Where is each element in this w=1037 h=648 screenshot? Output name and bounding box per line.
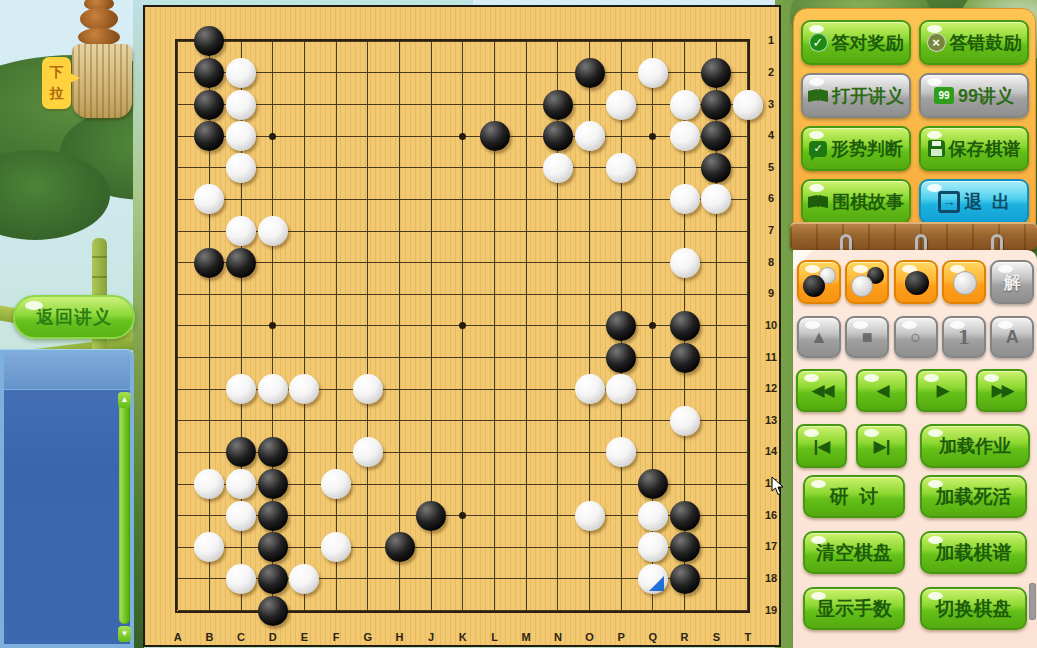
mark-triangle-icon: ▲ (810, 327, 828, 348)
mouse-cursor (771, 476, 785, 496)
row-label: 8 (758, 256, 784, 268)
row-label: 11 (758, 351, 784, 363)
button-label: 围棋故事 (832, 190, 904, 214)
row-label: 2 (758, 66, 784, 78)
white-stone-F15[interactable] (321, 469, 351, 499)
load-kifu-label: 加载棋谱 (936, 540, 1012, 566)
white-stone-N5[interactable] (543, 153, 573, 183)
mark-circle-icon: ○ (910, 327, 921, 348)
row-label: 14 (758, 445, 784, 457)
awards-panel: ✓答对奖励×答错鼓励打开讲义9999讲义✓形势判断保存棋谱围棋故事→退 出 (793, 8, 1036, 241)
star-point (269, 133, 276, 140)
left-scrollbar-track[interactable] (119, 396, 130, 624)
black-stone-icon (803, 275, 825, 297)
show-move-numbers-button[interactable]: 显示手数 (803, 587, 905, 630)
column-label: P (610, 631, 632, 643)
row-label: 13 (758, 414, 784, 426)
white-stone-G14[interactable] (353, 437, 383, 467)
exit-door-icon: → (938, 191, 960, 213)
row-label: 16 (758, 509, 784, 521)
to-end-button[interactable]: ▶| (856, 424, 907, 468)
white-stone-D12[interactable] (258, 374, 288, 404)
column-label: T (737, 631, 759, 643)
column-label: D (262, 631, 284, 643)
button-gloss (809, 131, 824, 139)
to-start-icon: |◀ (814, 436, 830, 457)
white-stone-C15[interactable] (226, 469, 256, 499)
column-label: R (674, 631, 696, 643)
button-label: 99讲义 (958, 84, 1014, 108)
white-stone-C5[interactable] (226, 153, 256, 183)
story-book-button-围棋故事[interactable]: 围棋故事 (801, 179, 911, 224)
white-stone-Q16[interactable] (638, 501, 668, 531)
black-stone-S5[interactable] (701, 153, 731, 183)
star-point (459, 133, 466, 140)
pull-down-bubble[interactable]: 下拉 (42, 57, 71, 109)
x-circle-icon: × (927, 33, 946, 52)
column-label: B (198, 631, 220, 643)
mark-square-button[interactable]: ■ (845, 316, 889, 358)
column-label: G (357, 631, 379, 643)
black-stone-D15[interactable] (258, 469, 288, 499)
judge-bubble-icon: ✓ (809, 141, 827, 157)
tassel-bulb (80, 8, 118, 30)
column-label: O (579, 631, 601, 643)
open-book-button-打开讲义[interactable]: 打开讲义 (801, 73, 911, 118)
white-stone-C12[interactable] (226, 374, 256, 404)
black-stone-D16[interactable] (258, 501, 288, 531)
black-stone-R16[interactable] (670, 501, 700, 531)
rewind-icon: ◀◀ (811, 380, 831, 401)
step-forward-button[interactable]: ▶ (916, 369, 967, 412)
book-99-button-99讲义[interactable]: 9999讲义 (919, 73, 1029, 118)
story-book-icon (808, 195, 828, 208)
white-stone-C3[interactable] (226, 90, 256, 120)
save-disk-icon (928, 140, 945, 157)
step-back-button[interactable]: ◀ (856, 369, 907, 412)
check-circle-icon: ✓ (809, 33, 828, 52)
row-label: 19 (758, 604, 784, 616)
column-label: C (230, 631, 252, 643)
check-circle-button-答对奖励[interactable]: ✓答对奖励 (801, 20, 911, 65)
rewind-button[interactable]: ◀◀ (796, 369, 847, 412)
white-stone-R8[interactable] (670, 248, 700, 278)
black-stone-Q15[interactable] (638, 469, 668, 499)
tassel-handle[interactable] (78, 0, 120, 48)
fast-forward-icon: ▶▶ (991, 380, 1011, 401)
column-label: N (547, 631, 569, 643)
row-label: 18 (758, 572, 784, 584)
place-white-button[interactable] (942, 260, 986, 304)
switch-board-label: 切换棋盘 (936, 596, 1012, 622)
switch-board-button[interactable]: 切换棋盘 (920, 587, 1027, 630)
right-scrollbar-handle[interactable] (1029, 583, 1036, 620)
row-label: 7 (758, 224, 784, 236)
mark-letter-button[interactable]: A (990, 316, 1034, 358)
black-stone-N4[interactable] (543, 121, 573, 151)
button-gloss (809, 78, 824, 86)
row-label: 6 (758, 192, 784, 204)
go-board[interactable]: ABCDEFGHJKLMNOPQRST123456789101112131415… (143, 5, 781, 647)
fast-forward-button[interactable]: ▶▶ (976, 369, 1027, 412)
step-forward-icon: ▶ (936, 380, 946, 401)
white-stone-P5[interactable] (606, 153, 636, 183)
button-label: 答错鼓励 (950, 31, 1022, 55)
button-gloss (853, 265, 868, 273)
button-label: 保存棋谱 (949, 137, 1021, 161)
row-label: 10 (758, 319, 784, 331)
black-stone-D17[interactable] (258, 532, 288, 562)
white-stone-P3[interactable] (606, 90, 636, 120)
column-label: J (420, 631, 442, 643)
white-stone-C18[interactable] (226, 564, 256, 594)
button-gloss (811, 480, 826, 488)
open-book-icon (808, 89, 828, 102)
black-stone-P10[interactable] (606, 311, 636, 341)
column-label: H (389, 631, 411, 643)
button-label: 退 出 (964, 190, 1010, 214)
row-label: 9 (758, 287, 784, 299)
black-stone-B3[interactable] (194, 90, 224, 120)
load-life-death-label: 加载死活 (936, 484, 1012, 510)
button-gloss (927, 78, 942, 86)
button-gloss (805, 265, 820, 273)
app-window: 下拉 ABCDEFGHJKLMNOPQRST123456789101112131… (0, 0, 1037, 648)
row-label: 5 (758, 161, 784, 173)
row-label: 1 (758, 34, 784, 46)
scroll-up-icon[interactable]: ▲ (118, 392, 131, 408)
white-stone-G12[interactable] (353, 374, 383, 404)
step-back-icon: ◀ (876, 380, 886, 401)
button-gloss (927, 25, 942, 33)
scroll-down-icon[interactable]: ▼ (118, 626, 131, 642)
alternate-black-first-button[interactable] (797, 260, 841, 304)
exit-door-button-退 出[interactable]: →退 出 (919, 179, 1029, 224)
white-stone-R4[interactable] (670, 121, 700, 151)
clear-board-button[interactable]: 清空棋盘 (803, 531, 905, 574)
white-stone-O12[interactable] (575, 374, 605, 404)
load-homework-button[interactable]: 加载作业 (920, 424, 1030, 468)
button-label: 打开讲义 (832, 84, 904, 108)
white-stone-icon (953, 271, 977, 295)
to-start-button[interactable]: |◀ (796, 424, 847, 468)
black-stone-R11[interactable] (670, 343, 700, 373)
white-stone-O4[interactable] (575, 121, 605, 151)
white-stone-icon (851, 275, 873, 297)
back-to-lecture-label: 返回讲义 (36, 305, 112, 329)
left-scrollbar[interactable]: ▲ ▼ (118, 392, 131, 642)
black-stone-D18[interactable] (258, 564, 288, 594)
black-stone-C8[interactable] (226, 248, 256, 278)
black-stone-J16[interactable] (416, 501, 446, 531)
white-stone-Q2[interactable] (638, 58, 668, 88)
black-stone-L4[interactable] (480, 121, 510, 151)
tassel-body[interactable] (72, 44, 132, 118)
column-label: K (452, 631, 474, 643)
lecture-list-body (4, 390, 130, 644)
solve-button[interactable]: 解 (990, 260, 1034, 304)
black-stone-S2[interactable] (701, 58, 731, 88)
mark-triangle-button[interactable]: ▲ (797, 316, 841, 358)
white-stone-O16[interactable] (575, 501, 605, 531)
show-move-numbers-label: 显示手数 (816, 596, 892, 622)
column-label: E (293, 631, 315, 643)
back-to-lecture-button[interactable]: 返回讲义 (13, 295, 135, 339)
black-stone-O2[interactable] (575, 58, 605, 88)
x-circle-button-答错鼓励[interactable]: ×答错鼓励 (919, 20, 1029, 65)
button-label: 形势判断 (831, 137, 903, 161)
black-stone-icon (905, 271, 929, 295)
row-label: 4 (758, 129, 784, 141)
white-stone-R3[interactable] (670, 90, 700, 120)
white-stone-Q18[interactable] (638, 564, 668, 594)
save-disk-button-保存棋谱[interactable]: 保存棋谱 (919, 126, 1029, 171)
alternate-white-first-button[interactable] (845, 260, 889, 304)
solve-label: 解 (1004, 271, 1021, 294)
discuss-label: 研 讨 (830, 484, 879, 510)
button-label: 答对奖励 (832, 31, 904, 55)
white-stone-R13[interactable] (670, 406, 700, 436)
column-label: M (515, 631, 537, 643)
button-gloss (809, 25, 824, 33)
black-stone-R18[interactable] (670, 564, 700, 594)
mark-number-button[interactable]: 1 (942, 316, 986, 358)
lecture-list-header (4, 353, 130, 389)
button-gloss (927, 131, 942, 139)
book-99-icon: 99 (934, 87, 954, 104)
column-label: A (167, 631, 189, 643)
load-life-death-button[interactable]: 加载死活 (920, 475, 1027, 518)
black-stone-B8[interactable] (194, 248, 224, 278)
black-stone-H17[interactable] (385, 532, 415, 562)
white-stone-C16[interactable] (226, 501, 256, 531)
last-move-marker (649, 576, 664, 591)
discuss-button[interactable]: 研 讨 (803, 475, 905, 518)
white-stone-E18[interactable] (289, 564, 319, 594)
column-label: Q (642, 631, 664, 643)
black-stone-S3[interactable] (701, 90, 731, 120)
mark-square-icon: ■ (862, 327, 873, 348)
button-gloss (809, 184, 824, 192)
column-label: L (484, 631, 506, 643)
place-black-button[interactable] (894, 260, 938, 304)
clear-board-label: 清空棋盘 (816, 540, 892, 566)
load-kifu-button[interactable]: 加载棋谱 (920, 531, 1027, 574)
white-stone-C7[interactable] (226, 216, 256, 246)
mark-number-icon: 1 (958, 327, 971, 348)
black-stone-P11[interactable] (606, 343, 636, 373)
black-stone-R17[interactable] (670, 532, 700, 562)
column-label: S (705, 631, 727, 643)
judge-bubble-button-形势判断[interactable]: ✓形势判断 (801, 126, 911, 171)
to-end-icon: ▶| (874, 436, 890, 457)
mark-circle-button[interactable]: ○ (894, 316, 938, 358)
row-label: 12 (758, 382, 784, 394)
white-stone-R6[interactable] (670, 184, 700, 214)
white-stone-D7[interactable] (258, 216, 288, 246)
column-label: F (325, 631, 347, 643)
row-label: 17 (758, 540, 784, 552)
load-homework-label: 加载作业 (939, 434, 1011, 458)
black-stone-R10[interactable] (670, 311, 700, 341)
black-stone-D19[interactable] (258, 596, 288, 626)
white-stone-Q17[interactable] (638, 532, 668, 562)
black-stone-D14[interactable] (258, 437, 288, 467)
mark-letter-icon: A (1006, 327, 1019, 348)
white-stone-C2[interactable] (226, 58, 256, 88)
black-stone-N3[interactable] (543, 90, 573, 120)
white-stone-T3[interactable] (733, 90, 763, 120)
